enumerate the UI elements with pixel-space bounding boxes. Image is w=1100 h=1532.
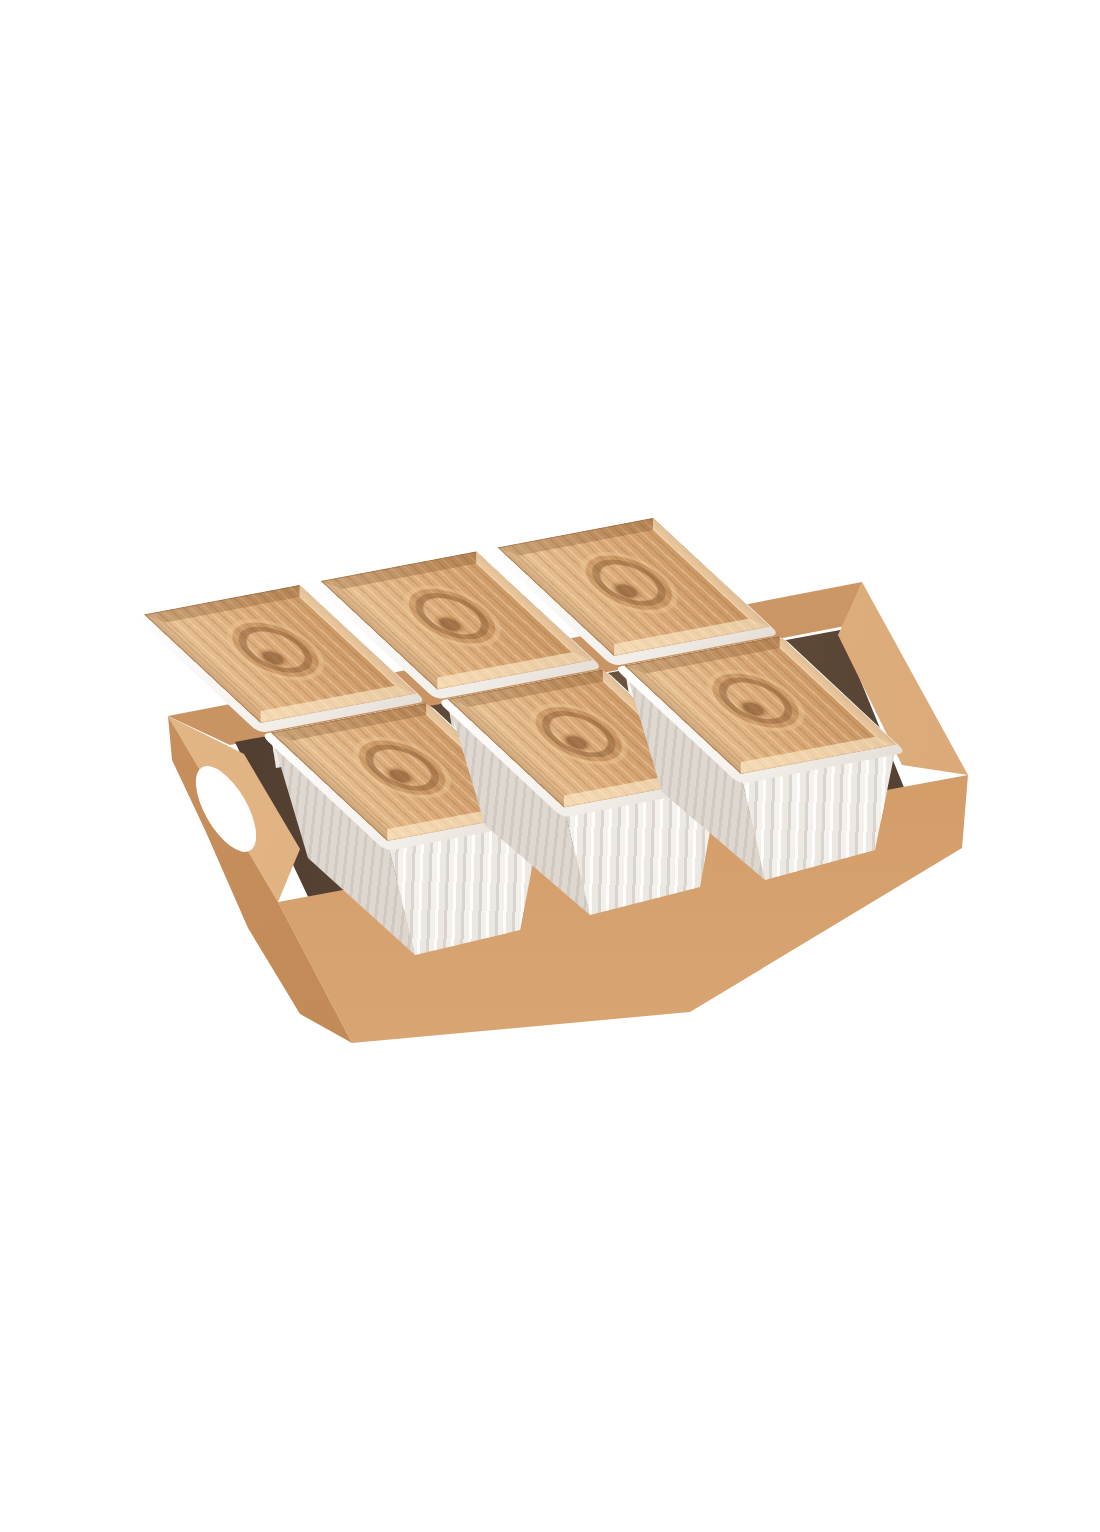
product-photo-stage	[0, 0, 1100, 1532]
